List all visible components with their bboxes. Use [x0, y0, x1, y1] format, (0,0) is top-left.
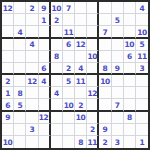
cell-r1-c1[interactable]: 12	[2, 2, 14, 14]
cell-r3-c9[interactable]: 7	[99, 26, 111, 38]
cell-r7-c7[interactable]: 11	[75, 75, 87, 87]
given-digit: 5	[115, 16, 120, 24]
cell-r5-c9[interactable]	[99, 51, 111, 63]
cell-r7-c10[interactable]	[112, 75, 124, 87]
cell-r10-c3[interactable]	[26, 112, 38, 124]
cell-r6-c4[interactable]: 6	[39, 63, 51, 75]
cell-r9-c2[interactable]: 5	[14, 99, 26, 111]
cell-r7-c5[interactable]	[51, 75, 63, 87]
cell-r12-c1[interactable]: 10	[2, 136, 14, 148]
cell-r2-c12[interactable]	[136, 14, 148, 26]
given-digit: 11	[137, 53, 146, 61]
cell-r7-c8[interactable]	[87, 75, 99, 87]
cell-r4-c10[interactable]	[112, 39, 124, 51]
given-digit: 10	[3, 139, 12, 147]
cell-r8-c2[interactable]: 8	[14, 87, 26, 99]
cell-r3-c8[interactable]	[87, 26, 99, 38]
cell-r10-c2[interactable]	[14, 112, 26, 124]
cell-r12-c7[interactable]: 8	[75, 136, 87, 148]
cell-r9-c8[interactable]	[87, 99, 99, 111]
cell-r11-c7[interactable]	[75, 124, 87, 136]
cell-r9-c10[interactable]: 7	[112, 99, 124, 111]
cell-r8-c6[interactable]	[63, 87, 75, 99]
cell-r7-c9[interactable]: 10	[99, 75, 111, 87]
cell-r4-c3[interactable]: 4	[26, 39, 38, 51]
cell-r4-c4[interactable]	[39, 39, 51, 51]
given-digit: 10	[64, 101, 73, 109]
cell-r11-c1[interactable]	[2, 124, 14, 136]
cell-r9-c4[interactable]	[39, 99, 51, 111]
given-digit: 8	[127, 114, 132, 122]
cell-r3-c5[interactable]	[51, 26, 63, 38]
cell-r9-c11[interactable]	[124, 99, 136, 111]
cell-r6-c2[interactable]	[14, 63, 26, 75]
cell-r10-c5[interactable]	[51, 112, 63, 124]
given-digit: 8	[17, 89, 22, 97]
cell-r7-c12[interactable]	[136, 75, 148, 87]
cell-r10-c11[interactable]: 8	[124, 112, 136, 124]
given-digit: 1	[140, 139, 145, 147]
given-digit: 4	[140, 4, 145, 12]
given-digit: 3	[115, 139, 120, 147]
cell-r5-c5[interactable]: 8	[51, 51, 63, 63]
cell-r8-c4[interactable]	[39, 87, 51, 99]
given-digit: 7	[115, 101, 120, 109]
cell-r3-c12[interactable]: 10	[136, 26, 148, 38]
given-digit: 4	[17, 28, 22, 36]
cell-r12-c10[interactable]: 3	[112, 136, 124, 148]
cell-r7-c4[interactable]: 4	[39, 75, 51, 87]
cell-r9-c5[interactable]	[51, 99, 63, 111]
cell-r7-c2[interactable]	[14, 75, 26, 87]
cell-r5-c12[interactable]: 11	[136, 51, 148, 63]
cell-r4-c7[interactable]: 12	[75, 39, 87, 51]
cell-r11-c3[interactable]: 3	[26, 124, 38, 136]
cell-r8-c8[interactable]: 12	[87, 87, 99, 99]
cell-r5-c3[interactable]	[26, 51, 38, 63]
cell-r4-c9[interactable]	[99, 39, 111, 51]
given-digit: 12	[76, 41, 85, 49]
cell-r3-c10[interactable]	[112, 26, 124, 38]
cell-r10-c1[interactable]: 9	[2, 112, 14, 124]
given-digit: 5	[17, 101, 22, 109]
cell-r9-c6[interactable]: 10	[63, 99, 75, 111]
cell-r2-c1[interactable]	[2, 14, 14, 26]
given-digit: 10	[125, 41, 134, 49]
cell-r11-c10[interactable]	[112, 124, 124, 136]
cell-r8-c12[interactable]	[136, 87, 148, 99]
cell-r9-c9[interactable]	[99, 99, 111, 111]
cell-r2-c9[interactable]	[99, 14, 111, 26]
cell-r2-c11[interactable]	[124, 14, 136, 26]
given-digit: 7	[103, 28, 108, 36]
cell-r1-c7[interactable]	[75, 2, 87, 14]
cell-r5-c1[interactable]	[2, 51, 14, 63]
cell-r1-c12[interactable]: 4	[136, 2, 148, 14]
cell-r6-c7[interactable]: 4	[75, 63, 87, 75]
cell-r5-c11[interactable]: 6	[124, 51, 136, 63]
given-digit: 10	[88, 53, 97, 61]
given-digit: 8	[103, 65, 108, 73]
cell-r12-c8[interactable]: 11	[87, 136, 99, 148]
given-digit: 7	[66, 4, 71, 12]
cell-r1-c8[interactable]	[87, 2, 99, 14]
cell-r5-c6[interactable]	[63, 51, 75, 63]
cell-r11-c6[interactable]	[63, 124, 75, 136]
cell-r10-c7[interactable]: 10	[75, 112, 87, 124]
given-digit: 9	[41, 4, 46, 12]
cell-r4-c6[interactable]: 6	[63, 39, 75, 51]
cell-r10-c9[interactable]	[99, 112, 111, 124]
given-digit: 3	[140, 65, 145, 73]
given-digit: 2	[30, 4, 35, 12]
cell-r7-c1[interactable]: 2	[2, 75, 14, 87]
cell-r12-c2[interactable]	[14, 136, 26, 148]
cell-r5-c8[interactable]: 10	[87, 51, 99, 63]
given-digit: 2	[103, 139, 108, 147]
cell-r3-c1[interactable]	[2, 26, 14, 38]
cell-r8-c7[interactable]	[75, 87, 87, 99]
cell-r4-c8[interactable]	[87, 39, 99, 51]
cell-r10-c12[interactable]	[136, 112, 148, 124]
given-digit: 5	[140, 41, 145, 49]
cell-r6-c6[interactable]: 2	[63, 63, 75, 75]
cell-r3-c7[interactable]	[75, 26, 87, 38]
cell-r6-c5[interactable]	[51, 63, 63, 75]
cell-r4-c2[interactable]	[14, 39, 26, 51]
cell-r10-c10[interactable]	[112, 112, 124, 124]
cell-r7-c3[interactable]: 12	[26, 75, 38, 87]
cell-r8-c5[interactable]: 4	[51, 87, 63, 99]
given-digit: 9	[115, 65, 120, 73]
given-digit: 2	[66, 65, 71, 73]
given-digit: 2	[78, 101, 83, 109]
given-digit: 9	[5, 114, 10, 122]
given-digit: 11	[88, 139, 97, 147]
given-digit: 4	[54, 89, 59, 97]
cell-r1-c5[interactable]: 10	[51, 2, 63, 14]
cell-r3-c3[interactable]	[26, 26, 38, 38]
cell-r7-c11[interactable]	[124, 75, 136, 87]
cell-r12-c4[interactable]	[39, 136, 51, 148]
cell-r2-c6[interactable]	[63, 14, 75, 26]
cell-r4-c12[interactable]: 5	[136, 39, 148, 51]
cell-r11-c2[interactable]	[14, 124, 26, 136]
given-digit: 10	[76, 114, 85, 122]
cell-r2-c3[interactable]	[26, 14, 38, 26]
cell-r12-c5[interactable]	[51, 136, 63, 148]
cell-r1-c11[interactable]	[124, 2, 136, 14]
cell-r5-c7[interactable]	[75, 51, 87, 63]
cell-r3-c6[interactable]: 11	[63, 26, 75, 38]
cell-r8-c1[interactable]: 1	[2, 87, 14, 99]
given-digit: 12	[27, 77, 36, 85]
cell-r12-c9[interactable]: 2	[99, 136, 111, 148]
given-digit: 10	[137, 28, 146, 36]
cell-r1-c10[interactable]	[112, 2, 124, 14]
cell-r1-c9[interactable]	[99, 2, 111, 14]
cell-r9-c1[interactable]: 6	[2, 99, 14, 111]
cell-r10-c8[interactable]	[87, 112, 99, 124]
cell-r6-c12[interactable]: 3	[136, 63, 148, 75]
cell-r9-c12[interactable]	[136, 99, 148, 111]
cell-r12-c11[interactable]	[124, 136, 136, 148]
given-digit: 6	[41, 65, 46, 73]
cell-r11-c12[interactable]	[136, 124, 148, 136]
cell-r3-c11[interactable]	[124, 26, 136, 38]
cell-r7-c6[interactable]: 5	[63, 75, 75, 87]
cell-r4-c1[interactable]	[2, 39, 14, 51]
cell-r5-c10[interactable]	[112, 51, 124, 63]
cell-r8-c3[interactable]	[26, 87, 38, 99]
cell-r12-c3[interactable]	[26, 136, 38, 148]
cell-r8-c10[interactable]	[112, 87, 124, 99]
given-digit: 8	[54, 53, 59, 61]
given-digit: 2	[5, 77, 10, 85]
cell-r2-c7[interactable]	[75, 14, 87, 26]
cell-r6-c1[interactable]	[2, 63, 14, 75]
cell-r2-c2[interactable]	[14, 14, 26, 26]
cell-r9-c7[interactable]: 2	[75, 99, 87, 111]
given-digit: 4	[78, 65, 83, 73]
cell-r10-c6[interactable]	[63, 112, 75, 124]
cell-r6-c9[interactable]: 8	[99, 63, 111, 75]
cell-r6-c11[interactable]	[124, 63, 136, 75]
cell-r2-c10[interactable]: 5	[112, 14, 124, 26]
given-digit: 11	[64, 28, 73, 36]
given-digit: 8	[78, 139, 83, 147]
cell-r1-c6[interactable]: 7	[63, 2, 75, 14]
given-digit: 1	[5, 89, 10, 97]
given-digit: 12	[3, 4, 12, 12]
cell-r1-c3[interactable]: 2	[26, 2, 38, 14]
cell-r8-c9[interactable]	[99, 87, 111, 99]
cell-r6-c3[interactable]	[26, 63, 38, 75]
given-digit: 10	[52, 4, 61, 12]
cell-r12-c12[interactable]: 1	[136, 136, 148, 148]
given-digit: 12	[39, 114, 48, 122]
cell-r6-c8[interactable]	[87, 63, 99, 75]
cell-r2-c5[interactable]: 2	[51, 14, 63, 26]
cell-r9-c3[interactable]	[26, 99, 38, 111]
sudoku-board: 1229107412541171046121058106116248932124…	[0, 0, 150, 150]
cell-r1-c2[interactable]	[14, 2, 26, 14]
cell-r3-c2[interactable]: 4	[14, 26, 26, 38]
cell-r10-c4[interactable]: 12	[39, 112, 51, 124]
given-digit: 4	[41, 77, 46, 85]
given-digit: 4	[30, 41, 35, 49]
given-digit: 9	[103, 126, 108, 134]
cell-r12-c6[interactable]	[63, 136, 75, 148]
cell-r5-c4[interactable]	[39, 51, 51, 63]
given-digit: 2	[90, 126, 95, 134]
cell-r11-c4[interactable]	[39, 124, 51, 136]
given-digit: 10	[100, 77, 109, 85]
cell-r11-c9[interactable]: 9	[99, 124, 111, 136]
given-digit: 12	[88, 89, 97, 97]
given-digit: 3	[30, 126, 35, 134]
given-digit: 6	[66, 41, 71, 49]
cell-r2-c4[interactable]: 1	[39, 14, 51, 26]
given-digit: 11	[76, 77, 85, 85]
cell-r11-c5[interactable]	[51, 124, 63, 136]
cell-r11-c11[interactable]	[124, 124, 136, 136]
given-digit: 2	[54, 16, 59, 24]
cell-r8-c11[interactable]	[124, 87, 136, 99]
cell-r1-c4[interactable]: 9	[39, 2, 51, 14]
cell-r3-c4[interactable]	[39, 26, 51, 38]
cell-r2-c8[interactable]	[87, 14, 99, 26]
cell-r6-c10[interactable]: 9	[112, 63, 124, 75]
cell-r4-c11[interactable]: 10	[124, 39, 136, 51]
given-digit: 6	[127, 53, 132, 61]
cell-r11-c8[interactable]: 2	[87, 124, 99, 136]
given-digit: 1	[41, 16, 46, 24]
cell-r5-c2[interactable]	[14, 51, 26, 63]
given-digit: 6	[5, 101, 10, 109]
given-digit: 5	[66, 77, 71, 85]
cell-r4-c5[interactable]	[51, 39, 63, 51]
